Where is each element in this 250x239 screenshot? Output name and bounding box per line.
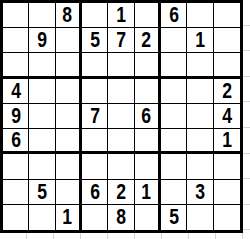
- given-digit: 4: [11, 80, 21, 102]
- cell-r7c5[interactable]: [108, 154, 134, 179]
- cell-r4c2[interactable]: [29, 79, 55, 104]
- cell-r5c6[interactable]: 6: [135, 104, 161, 129]
- cell-r5c1[interactable]: 9: [3, 104, 29, 129]
- cell-r8c3[interactable]: [56, 180, 82, 205]
- given-digit: 2: [141, 29, 151, 51]
- cell-r4c7[interactable]: [161, 79, 187, 104]
- cell-r4c5[interactable]: [108, 79, 134, 104]
- cell-r9c2[interactable]: [29, 205, 55, 230]
- cell-r7c3[interactable]: [56, 154, 82, 179]
- cell-r1c3[interactable]: 8: [56, 3, 82, 28]
- cell-r2c5[interactable]: 7: [108, 28, 134, 53]
- cell-r3c1[interactable]: [3, 53, 29, 78]
- cell-r7c4[interactable]: [82, 154, 108, 179]
- cell-r5c4[interactable]: 7: [82, 104, 108, 129]
- cell-r2c7[interactable]: [161, 28, 187, 53]
- given-digit: 6: [141, 105, 151, 127]
- cell-r2c2[interactable]: 9: [29, 28, 55, 53]
- given-digit: 8: [62, 4, 72, 26]
- cell-r1c4[interactable]: [82, 3, 108, 28]
- cell-r3c4[interactable]: [82, 53, 108, 78]
- given-digit: 1: [116, 4, 126, 26]
- cell-r4c4[interactable]: [82, 79, 108, 104]
- cell-r9c3[interactable]: 1: [56, 205, 82, 230]
- cell-r6c6[interactable]: [135, 129, 161, 154]
- cell-r3c5[interactable]: [108, 53, 134, 78]
- cell-r8c9[interactable]: [214, 180, 240, 205]
- cell-r7c1[interactable]: [3, 154, 29, 179]
- cell-r1c1[interactable]: [3, 3, 29, 28]
- cell-r1c9[interactable]: [214, 3, 240, 28]
- given-digit: 1: [195, 29, 205, 51]
- cell-r3c3[interactable]: [56, 53, 82, 78]
- given-digit: 5: [90, 29, 100, 51]
- cell-r6c9[interactable]: 1: [214, 129, 240, 154]
- given-digit: 2: [222, 80, 232, 102]
- cell-r6c8[interactable]: [187, 129, 213, 154]
- cell-r6c1[interactable]: 6: [3, 129, 29, 154]
- given-digit: 5: [169, 206, 179, 228]
- cell-r4c1[interactable]: 4: [3, 79, 29, 104]
- given-digit: 5: [37, 181, 47, 203]
- given-digit: 3: [195, 181, 205, 203]
- cell-r2c3[interactable]: [56, 28, 82, 53]
- cell-r7c6[interactable]: [135, 154, 161, 179]
- given-digit: 7: [116, 29, 126, 51]
- given-digit: 9: [11, 105, 21, 127]
- cell-r7c7[interactable]: [161, 154, 187, 179]
- cell-r6c5[interactable]: [108, 129, 134, 154]
- cell-r6c2[interactable]: [29, 129, 55, 154]
- given-digit: 2: [116, 181, 126, 203]
- cell-r5c2[interactable]: [29, 104, 55, 129]
- cell-r2c9[interactable]: [214, 28, 240, 53]
- given-digit: 7: [90, 105, 100, 127]
- cell-r7c2[interactable]: [29, 154, 55, 179]
- cell-r8c4[interactable]: 6: [82, 180, 108, 205]
- cell-r5c9[interactable]: 4: [214, 104, 240, 129]
- cell-r2c4[interactable]: 5: [82, 28, 108, 53]
- cell-r8c2[interactable]: 5: [29, 180, 55, 205]
- cell-r5c3[interactable]: [56, 104, 82, 129]
- cell-r7c9[interactable]: [214, 154, 240, 179]
- cell-r3c2[interactable]: [29, 53, 55, 78]
- cell-r5c7[interactable]: [161, 104, 187, 129]
- given-digit: 8: [116, 206, 126, 228]
- cell-r1c6[interactable]: [135, 3, 161, 28]
- cell-r8c8[interactable]: 3: [187, 180, 213, 205]
- cell-r2c1[interactable]: [3, 28, 29, 53]
- cell-r3c8[interactable]: [187, 53, 213, 78]
- cell-r9c1[interactable]: [3, 205, 29, 230]
- given-digit: 6: [11, 129, 21, 151]
- cell-r4c8[interactable]: [187, 79, 213, 104]
- cell-r2c8[interactable]: 1: [187, 28, 213, 53]
- cell-r7c8[interactable]: [187, 154, 213, 179]
- cell-r2c6[interactable]: 2: [135, 28, 161, 53]
- cell-r9c5[interactable]: 8: [108, 205, 134, 230]
- cell-r6c3[interactable]: [56, 129, 82, 154]
- given-digit: 6: [90, 181, 100, 203]
- cell-r3c7[interactable]: [161, 53, 187, 78]
- cell-r9c6[interactable]: [135, 205, 161, 230]
- sudoku-page: 816957214297646156213185: [0, 0, 250, 239]
- cell-r6c7[interactable]: [161, 129, 187, 154]
- cell-r1c5[interactable]: 1: [108, 3, 134, 28]
- given-digit: 1: [62, 206, 72, 228]
- spreadsheet-margin-right: [243, 0, 250, 233]
- cell-r5c5[interactable]: [108, 104, 134, 129]
- given-digit: 1: [141, 181, 151, 203]
- cell-r1c7[interactable]: 6: [161, 3, 187, 28]
- cell-r1c2[interactable]: [29, 3, 55, 28]
- given-digit: 1: [222, 129, 232, 151]
- cell-r9c7[interactable]: 5: [161, 205, 187, 230]
- cell-r4c3[interactable]: [56, 79, 82, 104]
- cell-r4c6[interactable]: [135, 79, 161, 104]
- given-digit: 6: [169, 4, 179, 26]
- cell-r6c4[interactable]: [82, 129, 108, 154]
- given-digit: 4: [222, 105, 232, 127]
- cell-r1c8[interactable]: [187, 3, 213, 28]
- cell-r9c8[interactable]: [187, 205, 213, 230]
- cell-r3c6[interactable]: [135, 53, 161, 78]
- cell-r3c9[interactable]: [214, 53, 240, 78]
- cell-r8c5[interactable]: 2: [108, 180, 134, 205]
- cell-r9c4[interactable]: [82, 205, 108, 230]
- sudoku-board: 816957214297646156213185: [0, 0, 243, 233]
- spreadsheet-margin-bottom: [0, 233, 250, 239]
- cell-r8c7[interactable]: [161, 180, 187, 205]
- cell-r8c1[interactable]: [3, 180, 29, 205]
- cell-r8c6[interactable]: 1: [135, 180, 161, 205]
- cell-r9c9[interactable]: [214, 205, 240, 230]
- cell-r5c8[interactable]: [187, 104, 213, 129]
- given-digit: 9: [37, 29, 47, 51]
- cell-r4c9[interactable]: 2: [214, 79, 240, 104]
